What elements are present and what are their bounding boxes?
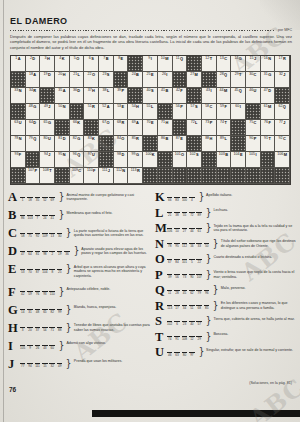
answer-blanks: 2138557289 xyxy=(166,209,203,218)
grid-cell: 111J xyxy=(99,168,114,184)
blank-number: 49 xyxy=(58,364,61,368)
blank-number: 9 xyxy=(29,346,31,350)
brace-glyph: } xyxy=(213,285,219,295)
grid-cell: 61M xyxy=(261,104,276,120)
definition-letter: M xyxy=(155,223,166,233)
cell-letter: M xyxy=(195,73,198,77)
page-edge-line xyxy=(3,0,4,422)
blank-with-number: 46 xyxy=(166,348,173,357)
blank-number: 19 xyxy=(58,252,61,256)
cell-number: 106 xyxy=(277,153,283,157)
blank-number: 109 xyxy=(42,234,47,238)
grid-cell: 90P xyxy=(246,136,261,152)
blank-number: 45 xyxy=(183,291,186,295)
cell-number: 47 xyxy=(264,89,268,93)
cell-letter: E xyxy=(121,57,124,61)
blank-number: 91 xyxy=(175,337,178,341)
grid-cell-shaded xyxy=(128,88,143,104)
grid-cell: 7B xyxy=(99,56,114,72)
cell-number: 16 xyxy=(264,57,268,61)
definition-text: Apellido italiano. xyxy=(206,193,297,198)
blank-with-number: 77 xyxy=(19,360,26,369)
blank-number: 4 xyxy=(191,198,193,202)
blank-number: 85 xyxy=(205,306,208,310)
definition-U: U46638097}Singular, extraño; que se sale… xyxy=(155,347,297,357)
cell-letter: G xyxy=(239,57,242,61)
grid-cell: 98D xyxy=(114,152,129,168)
definition-text: En los diferentes casos y maneras, lo qu… xyxy=(221,301,297,310)
cell-letter: R xyxy=(137,169,140,173)
definition-K: K66831004}Apellido italiano. xyxy=(155,192,297,202)
blank-number: 6 xyxy=(176,322,178,326)
definition-F: F42597693110}Antepasado célebre, noble. xyxy=(8,287,151,297)
cell-number: 96 xyxy=(73,153,77,157)
cell-letter: R xyxy=(283,57,286,61)
grid-cell-shaded xyxy=(99,136,114,152)
cell-number: 26 xyxy=(162,73,166,77)
definition-P: P39567390107}Viento o brisa suave que so… xyxy=(155,270,297,280)
grid-cell: 87E xyxy=(173,136,188,152)
grid-cell: 25E xyxy=(143,72,158,88)
answer-blanks: 10610274461 xyxy=(166,224,203,233)
cell-letter: S xyxy=(195,105,198,109)
blank-with-number: 49 xyxy=(56,360,63,369)
blank-number: 63 xyxy=(175,353,178,357)
cell-number: 19 xyxy=(44,73,48,77)
grid-cell: 39P xyxy=(114,88,129,104)
grid-cell-shaded xyxy=(128,56,143,72)
cell-letter: H xyxy=(136,105,139,109)
cell-letter: S xyxy=(91,57,94,61)
blank-number: 11 xyxy=(168,291,171,295)
cell-letter: K xyxy=(152,153,155,157)
blank-with-number: 9 xyxy=(26,342,33,351)
grid-cell: 72L xyxy=(187,120,202,136)
cell-letter: C xyxy=(78,169,81,173)
blank-number: 18 xyxy=(28,198,31,202)
blank-with-number: 113 xyxy=(166,302,173,311)
blank-with-number: 28 xyxy=(173,286,180,295)
cell-number: 38 xyxy=(103,89,107,93)
blank-number: 106 xyxy=(167,229,172,233)
header: EL DAMERO por MFC xyxy=(10,16,292,32)
definition-text: Membrana que rodea el feto. xyxy=(66,211,151,216)
cell-letter: D xyxy=(63,137,66,141)
grid-cell: 53E xyxy=(114,104,129,120)
blank-with-number: 1 xyxy=(19,193,26,202)
cell-number: 103 xyxy=(219,153,225,157)
blank-number: 93 xyxy=(43,292,46,296)
definition-letter: J xyxy=(8,359,19,369)
blank-number: 67 xyxy=(168,260,171,264)
cell-number: 10 xyxy=(161,57,165,61)
cell-letter: F xyxy=(224,105,226,109)
definition-O: O6784101522}Cuarto destinado a estudio o… xyxy=(155,254,297,264)
grid-cell: 32J xyxy=(275,72,290,88)
answer-blanks: 66831004 xyxy=(166,193,196,202)
definition-letter: B xyxy=(8,210,19,220)
cell-number: 89 xyxy=(220,137,224,141)
blank-number: 65 xyxy=(43,310,46,314)
blank-with-number: 92 xyxy=(34,229,41,238)
cell-letter: S xyxy=(107,73,110,77)
grid-cell: 77J xyxy=(275,120,290,136)
cell-number: 92 xyxy=(279,137,283,141)
cell-number: 45 xyxy=(234,89,238,93)
cell-letter: J xyxy=(48,105,50,109)
cell-number: 86 xyxy=(161,137,165,141)
grid-cell: 11Q xyxy=(173,56,188,72)
blank-with-number: 53 xyxy=(19,265,26,274)
grid-cell: 58C xyxy=(202,104,217,120)
grid-cell-shaded xyxy=(275,88,290,104)
blank-with-number: 101 xyxy=(181,255,188,264)
grid-cell-shaded xyxy=(246,104,261,120)
blank-number: 110 xyxy=(50,292,55,296)
grid-cell-shaded xyxy=(187,168,202,184)
cell-number: 100 xyxy=(145,153,151,157)
definition-E: E537087104825}Árbol que a veces alcanza … xyxy=(8,264,151,279)
grid-cell-shaded xyxy=(99,152,114,168)
grid-cell: 62Q xyxy=(275,104,290,120)
grid-cell-shaded xyxy=(187,136,202,152)
grid-cell: 29T xyxy=(231,72,246,88)
cell-number: 81 xyxy=(58,137,62,141)
blank-number: 105 xyxy=(20,346,25,350)
blank-number: 24 xyxy=(43,216,46,220)
blank-with-number: 45 xyxy=(181,286,188,295)
blank-with-number: 19 xyxy=(56,247,63,256)
answer-blanks: 39567390107 xyxy=(166,271,203,280)
cell-number: 39 xyxy=(117,89,121,93)
cell-letter: J xyxy=(283,121,285,125)
grid-cell: 66K xyxy=(70,120,85,136)
blank-number: 102 xyxy=(167,322,172,326)
blank-with-number: 97 xyxy=(188,348,195,357)
cell-number: 62 xyxy=(278,105,282,109)
blank-with-number: 37 xyxy=(34,324,41,333)
cell-letter: A xyxy=(136,121,139,125)
blank-number: 66 xyxy=(168,198,171,202)
cell-number: 42 xyxy=(176,89,180,93)
grid-cell-shaded xyxy=(231,136,246,152)
bottom-black-bar xyxy=(92,410,300,417)
brace-glyph: } xyxy=(59,341,65,351)
grid-cell: 82G xyxy=(70,136,85,152)
grid-cell: 56P xyxy=(173,104,188,120)
blank-number: 59 xyxy=(28,292,31,296)
blank-number: 61 xyxy=(198,229,201,233)
grid-cell: 22O xyxy=(84,72,99,88)
definition-J: J7794111153249}Prenda que usan los milit… xyxy=(8,359,151,369)
cell-letter: C xyxy=(224,57,227,61)
blank-with-number: 20 xyxy=(26,324,33,333)
grid-cell: 70E xyxy=(143,120,158,136)
grid-cell: 5O xyxy=(70,56,85,72)
cell-letter: C xyxy=(254,73,257,77)
definition-letter: T xyxy=(155,332,166,342)
cell-letter: B xyxy=(225,153,228,157)
blank-number: 32 xyxy=(51,364,54,368)
cell-letter: R xyxy=(136,137,139,141)
grid-cell: 80U xyxy=(40,136,55,152)
brace-glyph: } xyxy=(66,305,72,315)
cell-letter: D xyxy=(121,153,124,157)
blank-number: 74 xyxy=(168,337,171,341)
blank-with-number: 29 xyxy=(196,333,203,342)
blank-number: 16 xyxy=(190,244,193,248)
cell-letter: F xyxy=(19,153,21,157)
blank-number: 77 xyxy=(21,364,24,368)
answer-blanks: 112845627996 xyxy=(166,286,210,295)
grid-cell: 30C xyxy=(246,72,261,88)
blank-with-number: 70 xyxy=(26,265,33,274)
blank-number: 14 xyxy=(21,310,24,314)
blank-number: 22 xyxy=(198,260,201,264)
blank-with-number: 50 xyxy=(203,240,210,249)
dotted-rule xyxy=(10,29,275,32)
definition-H: H32037547188}Tenedor de libros que anota… xyxy=(8,323,151,333)
definition-text: Malo, perverso. xyxy=(221,286,297,291)
solutions-note: (Soluciones, en la pág. 81) xyxy=(249,381,292,385)
cell-number: 94 xyxy=(44,153,48,157)
cell-number: 60 xyxy=(235,105,239,109)
cell-number: 104 xyxy=(234,153,240,157)
blank-number: 42 xyxy=(21,292,24,296)
blank-with-number: 68 xyxy=(196,302,203,311)
grid-cell: 79Q xyxy=(26,136,41,152)
blank-with-number: 35 xyxy=(34,193,41,202)
definition-N: N7895112163350}Título del señor soberano… xyxy=(155,239,297,249)
definition-letter: P xyxy=(155,270,166,280)
cell-letter: E xyxy=(151,73,154,77)
cell-number: 64 xyxy=(29,121,33,125)
blank-number: 73 xyxy=(183,275,186,279)
grid-cell: 101O xyxy=(173,152,188,168)
blank-with-number: 56 xyxy=(173,271,180,280)
grid-cell-shaded xyxy=(70,104,85,120)
grid-cell-shaded xyxy=(158,104,173,120)
grid-cell: 91T xyxy=(261,136,276,152)
blank-number: 80 xyxy=(183,353,186,357)
grid-cell: 109C xyxy=(70,168,85,184)
definition-text: Tenedor de libros que anotaba las cuenta… xyxy=(74,323,151,332)
brace-glyph: } xyxy=(206,254,212,264)
definition-B: B8610372441}Membrana que rodea el feto. xyxy=(8,210,151,220)
cell-letter: P xyxy=(254,137,257,141)
grid-cell: 43I xyxy=(202,88,217,104)
cell-number: 33 xyxy=(14,89,18,93)
cell-number: 24 xyxy=(132,73,136,77)
grid-cell: 49J xyxy=(40,104,55,120)
grid-cell: 23S xyxy=(99,72,114,88)
blank-with-number: 66 xyxy=(166,193,173,202)
cell-letter: N xyxy=(268,57,271,61)
blank-with-number: 44 xyxy=(188,224,195,233)
blank-with-number: 104 xyxy=(41,265,48,274)
grid-cell-shaded xyxy=(202,72,217,88)
grid-cell: 97U xyxy=(84,152,99,168)
cell-number: 20 xyxy=(58,73,62,77)
blank-with-number: 82 xyxy=(49,306,56,315)
grid-cell: 73P xyxy=(202,120,217,136)
definition-I: I1059264360}Adornó con algo vistoso. xyxy=(8,341,151,351)
cell-letter: D xyxy=(48,73,51,77)
cell-number: 109 xyxy=(72,169,78,173)
blank-with-number: 83 xyxy=(173,193,180,202)
definition-C: C5875921091330}La parte superficial o li… xyxy=(8,228,151,238)
blank-number: 62 xyxy=(190,291,193,295)
grid-cell: 94J xyxy=(40,152,55,168)
blank-with-number: 89 xyxy=(196,209,203,218)
grid-cell: 103B xyxy=(217,152,232,168)
cell-letter: E xyxy=(240,153,243,157)
cell-letter: C xyxy=(283,137,286,141)
definition-M: M10610274461}Tejido en la trama que da a… xyxy=(155,223,297,233)
cell-letter: O xyxy=(76,57,79,61)
blank-number: 87 xyxy=(36,270,39,274)
blank-number: 10 xyxy=(175,229,178,233)
cell-number: 73 xyxy=(205,121,209,125)
blank-with-number: 26 xyxy=(34,342,41,351)
blank-with-number: 84 xyxy=(173,255,180,264)
blank-number: 35 xyxy=(36,198,39,202)
cell-number: 105 xyxy=(249,153,255,157)
blank-with-number: 109 xyxy=(41,229,48,238)
grid-cell: 95N xyxy=(55,152,70,168)
blank-with-number: 96 xyxy=(203,286,210,295)
cell-letter: G xyxy=(33,105,36,109)
blank-with-number: 71 xyxy=(49,324,56,333)
blank-with-number: 21 xyxy=(166,209,173,218)
cell-number: 78 xyxy=(14,137,18,141)
answer-blanks: 118355269 xyxy=(19,193,56,202)
grid-cell: 33N xyxy=(11,88,26,104)
cell-number: 18 xyxy=(29,73,33,77)
grid-cell: 78N xyxy=(11,136,26,152)
definition-letter: G xyxy=(8,305,19,315)
grid-cell: 71H xyxy=(158,120,173,136)
cell-letter: E xyxy=(180,137,183,141)
cell-letter: J xyxy=(254,57,256,61)
definition-text: Prenda que usan los militares. xyxy=(74,359,151,364)
cell-number: 75 xyxy=(249,121,253,125)
cell-number: 101 xyxy=(175,153,181,157)
blank-number: 20 xyxy=(28,328,31,332)
cell-letter: Q xyxy=(77,153,80,157)
cell-letter: B xyxy=(165,89,168,93)
blank-number: 86 xyxy=(21,216,24,220)
blank-number: 33 xyxy=(198,244,201,248)
blank-with-number: 98 xyxy=(41,247,48,256)
cell-letter: I xyxy=(240,105,241,109)
blank-with-number: 6 xyxy=(173,317,180,326)
grid-cell: 68R xyxy=(114,120,129,136)
grid-cell: 86B xyxy=(158,136,173,152)
answer-blanks: 1131734516885 xyxy=(166,302,210,311)
cell-letter: U xyxy=(254,89,257,93)
grid-cell: 65G xyxy=(40,120,55,136)
definition-letter: E xyxy=(8,264,19,274)
answer-blanks: 46638097 xyxy=(166,348,196,357)
grid-cell: 18A xyxy=(26,72,41,88)
cell-number: 79 xyxy=(29,137,33,141)
cell-letter: K xyxy=(62,57,65,61)
cell-letter: U xyxy=(92,153,95,157)
blank-with-number: 33 xyxy=(196,240,203,249)
answer-blanks: 143148658299 xyxy=(19,306,63,315)
cell-letter: H xyxy=(47,57,50,61)
blank-with-number: 65 xyxy=(41,306,48,315)
blank-number: 23 xyxy=(183,322,186,326)
definition-letter: L xyxy=(155,208,166,218)
blank-with-number: 27 xyxy=(181,224,188,233)
blank-with-number: 91 xyxy=(173,333,180,342)
grid-cell: 38L xyxy=(99,88,114,104)
blank-with-number: 58 xyxy=(19,229,26,238)
definition-Q: Q112845627996}Malo, perverso. xyxy=(155,285,297,295)
grid-cell: 96Q xyxy=(70,152,85,168)
blank-number: 75 xyxy=(28,234,31,238)
brace-glyph: } xyxy=(59,210,65,220)
brace-glyph: } xyxy=(206,316,212,326)
cell-letter: L xyxy=(78,73,80,77)
grid-cell-shaded xyxy=(158,168,173,184)
grid-cell: 42F xyxy=(173,88,188,104)
grid-cell: 14G xyxy=(231,56,246,72)
cell-letter: R xyxy=(121,121,124,125)
cell-number: 97 xyxy=(88,153,92,157)
grid-cell: 48G xyxy=(26,104,41,120)
cell-letter: J xyxy=(108,169,110,173)
cell-letter: I xyxy=(210,89,211,93)
blank-number: 96 xyxy=(205,291,208,295)
grid-cell-shaded xyxy=(275,168,290,184)
cell-letter: T xyxy=(239,73,241,77)
definition-letter: U xyxy=(155,347,166,357)
blank-number: 79 xyxy=(198,291,201,295)
cell-letter: J xyxy=(283,73,285,77)
brace-glyph: } xyxy=(206,208,212,218)
blank-with-number: 74 xyxy=(166,333,173,342)
grid-cell: 106M xyxy=(275,152,290,168)
definition-letter: O xyxy=(155,254,166,264)
cell-number: 72 xyxy=(191,121,195,125)
blank-number: 97 xyxy=(190,353,193,357)
blank-number: 29 xyxy=(198,337,201,341)
grid-cell: 41B xyxy=(158,88,173,104)
cell-number: 49 xyxy=(44,105,48,109)
cell-letter: P xyxy=(210,121,213,125)
blank-number: 7 xyxy=(37,216,39,220)
cell-letter: H xyxy=(92,89,95,93)
brace-glyph: } xyxy=(73,246,79,256)
blank-number: 58 xyxy=(21,234,24,238)
cell-number: 35 xyxy=(58,89,62,93)
grid-cell: 15J xyxy=(246,56,261,72)
cell-number: 25 xyxy=(146,73,150,77)
blank-with-number: 62 xyxy=(188,286,195,295)
grid-cell-shaded xyxy=(11,72,26,88)
cell-letter: L xyxy=(107,89,109,93)
grid-cell: 93F xyxy=(11,152,26,168)
blank-number: 30 xyxy=(58,234,61,238)
grid-cell-shaded xyxy=(231,120,246,136)
blank-number: 68 xyxy=(198,306,201,310)
cell-number: 44 xyxy=(220,89,224,93)
grid-cell: 3H xyxy=(40,56,55,72)
grid-cell: 37H xyxy=(84,88,99,104)
